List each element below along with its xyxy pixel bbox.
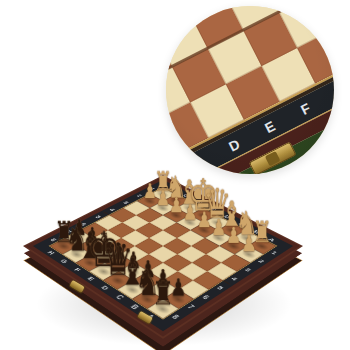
coord-frame: HGFEDCBA1♜♞♝♚♛♝♞♜12♟♟♟♟♟♟♟♟2334455667♟♟♟… bbox=[33, 180, 293, 332]
white-pawn: ♟ bbox=[226, 225, 241, 247]
white-pawn: ♟ bbox=[241, 233, 257, 255]
product-photo: CDEF HGFEDCBA1♜♞♝♚♛♝♞♜12♟♟♟♟♟♟♟♟23344556… bbox=[0, 0, 350, 350]
board-scene: HGFEDCBA1♜♞♝♚♛♝♞♜12♟♟♟♟♟♟♟♟2334455667♟♟♟… bbox=[64, 147, 262, 345]
white-pawn: ♟ bbox=[197, 210, 212, 231]
white-pawn: ♟ bbox=[183, 202, 198, 223]
white-pawn: ♟ bbox=[156, 188, 170, 209]
board-frame-wood: HGFEDCBA1♜♞♝♚♛♝♞♜12♟♟♟♟♟♟♟♟2334455667♟♟♟… bbox=[23, 175, 303, 339]
black-rook: ♜ bbox=[152, 278, 174, 310]
white-pawn: ♟ bbox=[169, 195, 184, 216]
white-pawn: ♟ bbox=[211, 217, 226, 239]
board-3d: HGFEDCBA1♜♞♝♚♛♝♞♜12♟♟♟♟♟♟♟♟2334455667♟♟♟… bbox=[23, 175, 303, 339]
